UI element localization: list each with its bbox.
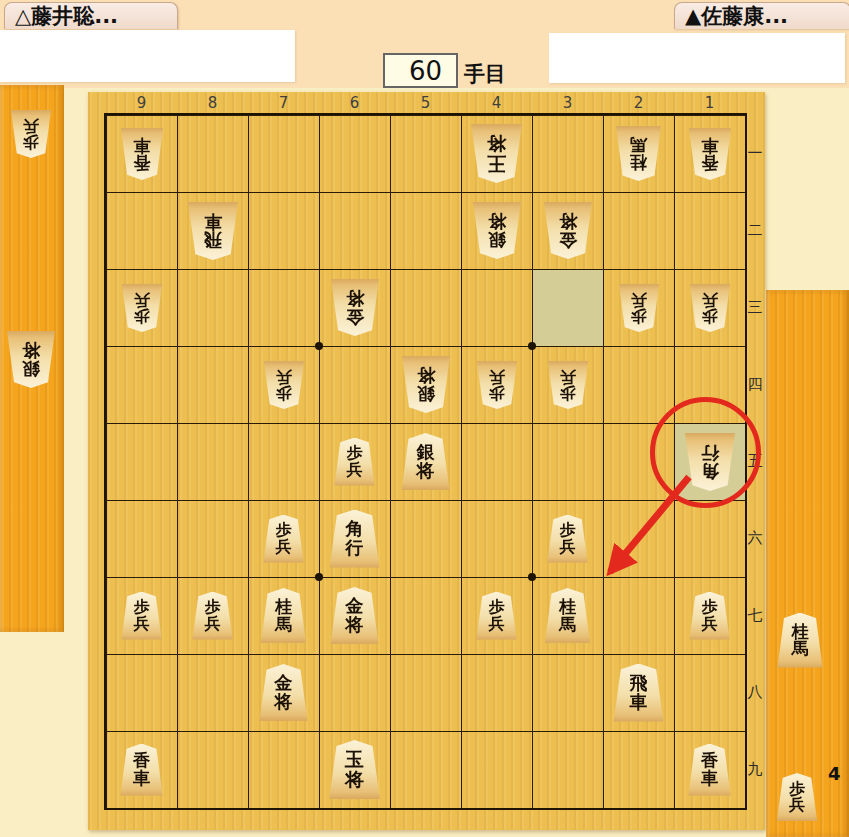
square-9六[interactable] — [106, 500, 177, 577]
piece-kanji: 将 — [345, 770, 364, 789]
piece-kanji: 玉 — [345, 750, 364, 769]
move-counter-label: 手目 — [464, 60, 506, 88]
piece-kanji: 馬 — [275, 616, 292, 633]
square-5六[interactable] — [390, 500, 461, 577]
piece-kanji: 車 — [701, 136, 718, 153]
square-3三[interactable] — [532, 269, 603, 346]
piece-kanji: 金 — [346, 597, 364, 615]
square-5一[interactable] — [390, 115, 461, 192]
sente-info-box — [549, 33, 845, 83]
square-4五[interactable] — [461, 423, 532, 500]
piece-kanji: 将 — [417, 366, 435, 384]
file-label-7: 7 — [248, 94, 319, 112]
piece-kanji: 車 — [133, 770, 150, 787]
square-1六[interactable] — [674, 500, 745, 577]
square-5九[interactable] — [390, 731, 461, 808]
piece-kanji: 将 — [417, 462, 435, 480]
piece-kanji: 将 — [346, 616, 364, 634]
piece-kanji: 兵 — [134, 291, 150, 307]
square-7五[interactable] — [248, 423, 319, 500]
square-8一[interactable] — [177, 115, 248, 192]
piece-kanji: 兵 — [276, 368, 292, 384]
star-point — [528, 342, 536, 350]
piece-kanji: 兵 — [489, 616, 505, 632]
piece-kanji: 桂 — [275, 598, 292, 615]
square-2七[interactable] — [603, 577, 674, 654]
square-4九[interactable] — [461, 731, 532, 808]
piece-kanji: 桂 — [630, 154, 647, 171]
square-2二[interactable] — [603, 192, 674, 269]
piece-kanji: 兵 — [134, 616, 150, 632]
square-2九[interactable] — [603, 731, 674, 808]
file-label-2: 2 — [603, 94, 674, 112]
square-8六[interactable] — [177, 500, 248, 577]
rank-label-5: 五 — [746, 423, 764, 500]
star-point — [528, 573, 536, 581]
hand-count-歩兵: 4 — [828, 763, 841, 784]
square-5三[interactable] — [390, 269, 461, 346]
square-8九[interactable] — [177, 731, 248, 808]
piece-kanji: 将 — [487, 134, 506, 153]
square-3五[interactable] — [532, 423, 603, 500]
square-6二[interactable] — [319, 192, 390, 269]
square-4三[interactable] — [461, 269, 532, 346]
piece-kanji: 兵 — [347, 462, 363, 478]
square-6一[interactable] — [319, 115, 390, 192]
piece-kanji: 兵 — [631, 291, 647, 307]
square-2六[interactable] — [603, 500, 674, 577]
sente-hand-stand: 桂馬歩兵4 — [766, 290, 849, 837]
piece-kanji: 将 — [346, 289, 364, 307]
gote-info-box — [0, 30, 295, 82]
piece-kanji: 馬 — [792, 640, 809, 657]
piece-kanji: 馬 — [630, 136, 647, 153]
square-9二[interactable] — [106, 192, 177, 269]
piece-kanji: 銀 — [488, 231, 506, 249]
star-point — [315, 342, 323, 350]
square-5八[interactable] — [390, 654, 461, 731]
hand-gote-歩兵[interactable]: 歩兵 — [10, 110, 52, 158]
piece-kanji: 香 — [701, 154, 718, 171]
square-7九[interactable] — [248, 731, 319, 808]
piece-kanji: 将 — [22, 341, 40, 359]
piece-kanji: 兵 — [23, 118, 39, 134]
square-8四[interactable] — [177, 346, 248, 423]
hand-sente-歩兵[interactable]: 歩兵 — [776, 773, 818, 821]
piece-kanji: 兵 — [789, 797, 805, 813]
rank-label-3: 三 — [746, 269, 764, 346]
square-7二[interactable] — [248, 192, 319, 269]
piece-kanji: 金 — [559, 231, 577, 249]
piece-kanji: 銀 — [417, 443, 435, 461]
gote-player-name-tab[interactable]: △藤井聡... — [4, 2, 178, 29]
piece-kanji: 将 — [275, 693, 293, 711]
square-1四[interactable] — [674, 346, 745, 423]
file-label-4: 4 — [461, 94, 532, 112]
piece-kanji: 兵 — [276, 539, 292, 555]
piece-kanji: 兵 — [560, 539, 576, 555]
square-8三[interactable] — [177, 269, 248, 346]
rank-label-7: 七 — [746, 577, 764, 654]
piece-kanji: 香 — [133, 752, 150, 769]
square-7一[interactable] — [248, 115, 319, 192]
piece-kanji: 香 — [133, 154, 150, 171]
piece-kanji: 車 — [204, 212, 222, 230]
file-label-3: 3 — [532, 94, 603, 112]
file-label-5: 5 — [390, 94, 461, 112]
piece-kanji: 将 — [488, 212, 506, 230]
square-2四[interactable] — [603, 346, 674, 423]
rank-label-4: 四 — [746, 346, 764, 423]
square-8八[interactable] — [177, 654, 248, 731]
piece-kanji: 兵 — [702, 616, 718, 632]
move-counter-field[interactable]: 60 — [383, 53, 458, 88]
hand-gote-銀将[interactable]: 銀将 — [6, 331, 56, 388]
piece-kanji: 銀 — [22, 359, 40, 377]
rank-label-9: 九 — [746, 731, 764, 808]
piece-kanji: 車 — [630, 693, 648, 711]
rank-label-1: 一 — [746, 115, 764, 192]
file-label-8: 8 — [177, 94, 248, 112]
piece-kanji: 兵 — [702, 291, 718, 307]
square-4六[interactable] — [461, 500, 532, 577]
piece-kanji: 王 — [487, 154, 506, 173]
square-1二[interactable] — [674, 192, 745, 269]
square-9四[interactable] — [106, 346, 177, 423]
square-7三[interactable] — [248, 269, 319, 346]
piece-kanji: 馬 — [559, 616, 576, 633]
piece-kanji: 兵 — [489, 368, 505, 384]
sente-player-name-tab[interactable]: ▲佐藤康... — [674, 2, 849, 29]
square-2五[interactable] — [603, 423, 674, 500]
square-9五[interactable] — [106, 423, 177, 500]
rank-label-6: 六 — [746, 500, 764, 577]
piece-kanji: 兵 — [205, 616, 221, 632]
file-label-6: 6 — [319, 94, 390, 112]
piece-kanji: 歩 — [23, 134, 39, 150]
star-point — [315, 573, 323, 581]
piece-kanji: 行 — [701, 443, 719, 461]
piece-kanji: 銀 — [417, 385, 435, 403]
file-label-9: 9 — [106, 94, 177, 112]
shogi-board[interactable]: 987654321一二三四五六七八九香車王将桂馬香車飛車銀将金将歩兵金将歩兵歩兵… — [88, 92, 765, 830]
piece-kanji: 金 — [346, 308, 364, 326]
piece-kanji: 香 — [701, 752, 718, 769]
hand-sente-桂馬[interactable]: 桂馬 — [777, 613, 824, 668]
square-3九[interactable] — [532, 731, 603, 808]
piece-kanji: 飛 — [630, 674, 648, 692]
piece-kanji: 金 — [275, 674, 293, 692]
gote-hand-stand: 歩兵銀将 — [0, 85, 64, 632]
square-4八[interactable] — [461, 654, 532, 731]
square-3八[interactable] — [532, 654, 603, 731]
square-5二[interactable] — [390, 192, 461, 269]
piece-kanji: 角 — [346, 520, 364, 538]
square-8五[interactable] — [177, 423, 248, 500]
square-5七[interactable] — [390, 577, 461, 654]
rank-label-2: 二 — [746, 192, 764, 269]
square-6四[interactable] — [319, 346, 390, 423]
piece-kanji: 車 — [133, 136, 150, 153]
piece-kanji: 桂 — [559, 598, 576, 615]
piece-kanji: 行 — [346, 539, 364, 557]
piece-kanji: 車 — [701, 770, 718, 787]
piece-kanji: 角 — [701, 462, 719, 480]
file-label-1: 1 — [674, 94, 745, 112]
piece-kanji: 飛 — [204, 231, 222, 249]
square-6八[interactable] — [319, 654, 390, 731]
piece-kanji: 将 — [559, 212, 577, 230]
square-9八[interactable] — [106, 654, 177, 731]
square-3一[interactable] — [532, 115, 603, 192]
rank-label-8: 八 — [746, 654, 764, 731]
square-1八[interactable] — [674, 654, 745, 731]
piece-kanji: 兵 — [560, 368, 576, 384]
